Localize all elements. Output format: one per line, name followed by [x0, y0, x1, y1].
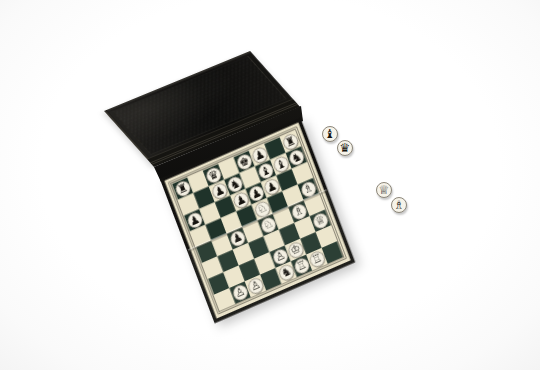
black-pawn-icon: ♟ [265, 179, 278, 194]
white-pawn-icon: ♙ [249, 278, 262, 293]
white-knight-icon: ♘ [255, 201, 268, 216]
white-rook-icon: ♖ [295, 258, 308, 273]
black-queen-icon: ♛ [340, 142, 351, 154]
white-knight-icon: ♘ [261, 217, 274, 232]
white-queen-icon: ♕ [313, 213, 326, 228]
product-photo-scene: ♜♛♚♟♜♟♞♝♝♞♟♟♟♟♘♗♟♘♗♕♙♔♙♙♞♖♖ ♝♛♕♗ [0, 0, 540, 370]
black-pawn-icon: ♟ [253, 147, 266, 162]
black-king-icon: ♚ [237, 154, 250, 169]
loose-white-bishop-disc[interactable]: ♗ [391, 197, 407, 213]
white-bishop-icon: ♗ [292, 204, 305, 219]
black-bishop-icon: ♝ [274, 156, 287, 171]
black-bishop-icon: ♝ [259, 163, 272, 178]
black-bishop-icon: ♝ [325, 128, 336, 140]
black-rook-icon: ♜ [176, 181, 189, 196]
white-king-icon: ♔ [289, 242, 302, 257]
white-bishop-icon: ♗ [394, 199, 405, 211]
white-pawn-icon: ♙ [273, 249, 286, 264]
black-knight-icon: ♞ [289, 150, 302, 165]
white-pawn-icon: ♙ [233, 285, 246, 300]
loose-black-queen-disc[interactable]: ♛ [337, 140, 353, 156]
white-rook-icon: ♖ [310, 251, 323, 266]
black-knight-icon: ♞ [279, 265, 292, 280]
black-pawn-icon: ♟ [249, 185, 262, 200]
black-pawn-icon: ♟ [188, 212, 201, 227]
black-rook-icon: ♜ [283, 134, 296, 149]
black-queen-icon: ♛ [207, 167, 220, 182]
white-bishop-icon: ♗ [301, 181, 314, 196]
loose-black-bishop-disc[interactable]: ♝ [322, 126, 338, 142]
black-pawn-icon: ♟ [234, 192, 247, 207]
black-pawn-icon: ♟ [231, 230, 244, 245]
black-pawn-icon: ♟ [213, 183, 226, 198]
white-queen-icon: ♕ [379, 184, 390, 196]
black-knight-icon: ♞ [228, 176, 241, 191]
loose-white-queen-disc[interactable]: ♕ [376, 182, 392, 198]
